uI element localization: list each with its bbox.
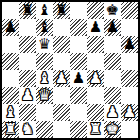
chess-board: ♜♝♜♚♟♝♟♟♛♟♝♟♟♟♟♛♝♟♟♜♞♜♚ xyxy=(0,0,140,140)
square-d8[interactable]: ♜ xyxy=(53,2,70,19)
diagram-stage: ♜♝♜♚♟♝♟♟♛♟♝♟♟♟♟♛♝♟♟♜♞♜♚ xyxy=(0,0,140,140)
square-g8[interactable]: ♚ xyxy=(104,2,121,19)
square-d5[interactable] xyxy=(53,53,70,70)
square-d1[interactable] xyxy=(53,121,70,138)
piece-black-pawn: ♟ xyxy=(106,20,119,35)
square-d6[interactable] xyxy=(53,36,70,53)
piece-white-pawn: ♟ xyxy=(106,105,119,120)
square-c7[interactable]: ♝ xyxy=(36,19,53,36)
piece-black-king: ♚ xyxy=(106,3,119,18)
square-b4[interactable] xyxy=(19,70,36,87)
piece-white-rook: ♜ xyxy=(4,122,17,137)
square-b5[interactable] xyxy=(19,53,36,70)
square-h3[interactable] xyxy=(121,87,138,104)
square-f2[interactable] xyxy=(87,104,104,121)
square-d2[interactable] xyxy=(53,104,70,121)
square-e4[interactable]: ♟ xyxy=(70,70,87,87)
piece-black-pawn: ♟ xyxy=(72,71,85,86)
square-d4[interactable]: ♟ xyxy=(53,70,70,87)
square-g1[interactable]: ♚ xyxy=(104,121,121,138)
square-d7[interactable] xyxy=(53,19,70,36)
square-c3[interactable]: ♛ xyxy=(36,87,53,104)
square-b8[interactable]: ♜ xyxy=(19,2,36,19)
square-d3[interactable] xyxy=(53,87,70,104)
piece-black-pawn: ♟ xyxy=(123,37,136,52)
square-a8[interactable] xyxy=(2,2,19,19)
square-f6[interactable] xyxy=(87,36,104,53)
square-g5[interactable] xyxy=(104,53,121,70)
piece-black-pawn: ♟ xyxy=(89,20,102,35)
square-e5[interactable] xyxy=(70,53,87,70)
square-h1[interactable] xyxy=(121,121,138,138)
square-f1[interactable]: ♜ xyxy=(87,121,104,138)
square-b7[interactable] xyxy=(19,19,36,36)
square-c4[interactable]: ♝ xyxy=(36,70,53,87)
piece-white-queen: ♛ xyxy=(38,88,51,103)
square-h8[interactable] xyxy=(121,2,138,19)
piece-white-pawn: ♟ xyxy=(55,71,68,86)
square-g2[interactable]: ♟ xyxy=(104,104,121,121)
piece-white-bishop: ♝ xyxy=(38,71,51,86)
square-a1[interactable]: ♜ xyxy=(2,121,19,138)
square-a4[interactable] xyxy=(2,70,19,87)
square-a7[interactable]: ♟ xyxy=(2,19,19,36)
square-c8[interactable]: ♝ xyxy=(36,2,53,19)
square-e8[interactable] xyxy=(70,2,87,19)
square-f4[interactable]: ♟ xyxy=(87,70,104,87)
square-f5[interactable] xyxy=(87,53,104,70)
square-b3[interactable]: ♟ xyxy=(19,87,36,104)
square-e3[interactable] xyxy=(70,87,87,104)
piece-white-pawn: ♟ xyxy=(123,105,136,120)
square-c5[interactable] xyxy=(36,53,53,70)
square-a2[interactable]: ♝ xyxy=(2,104,19,121)
piece-black-rook: ♜ xyxy=(55,3,68,18)
square-c1[interactable] xyxy=(36,121,53,138)
square-e2[interactable] xyxy=(70,104,87,121)
square-g6[interactable] xyxy=(104,36,121,53)
square-f3[interactable] xyxy=(87,87,104,104)
square-a5[interactable] xyxy=(2,53,19,70)
piece-white-bishop: ♝ xyxy=(4,105,17,120)
piece-black-rook: ♜ xyxy=(21,3,34,18)
square-e6[interactable] xyxy=(70,36,87,53)
piece-white-pawn: ♟ xyxy=(89,71,102,86)
square-e1[interactable] xyxy=(70,121,87,138)
square-b2[interactable] xyxy=(19,104,36,121)
square-b6[interactable] xyxy=(19,36,36,53)
square-h7[interactable] xyxy=(121,19,138,36)
square-b1[interactable]: ♞ xyxy=(19,121,36,138)
square-h4[interactable] xyxy=(121,70,138,87)
piece-black-pawn: ♟ xyxy=(4,20,17,35)
piece-white-king: ♚ xyxy=(106,122,119,137)
piece-black-bishop: ♝ xyxy=(38,3,51,18)
square-c6[interactable]: ♛ xyxy=(36,36,53,53)
square-g4[interactable] xyxy=(104,70,121,87)
square-g3[interactable] xyxy=(104,87,121,104)
piece-white-knight: ♞ xyxy=(21,122,34,137)
square-h2[interactable]: ♟ xyxy=(121,104,138,121)
square-f7[interactable]: ♟ xyxy=(87,19,104,36)
piece-white-pawn: ♟ xyxy=(21,88,34,103)
square-e7[interactable] xyxy=(70,19,87,36)
square-c2[interactable] xyxy=(36,104,53,121)
square-h5[interactable] xyxy=(121,53,138,70)
square-f8[interactable] xyxy=(87,2,104,19)
piece-black-bishop: ♝ xyxy=(38,20,51,35)
square-a3[interactable] xyxy=(2,87,19,104)
square-a6[interactable] xyxy=(2,36,19,53)
piece-white-rook: ♜ xyxy=(89,122,102,137)
piece-black-queen: ♛ xyxy=(38,37,51,52)
square-h6[interactable]: ♟ xyxy=(121,36,138,53)
square-g7[interactable]: ♟ xyxy=(104,19,121,36)
